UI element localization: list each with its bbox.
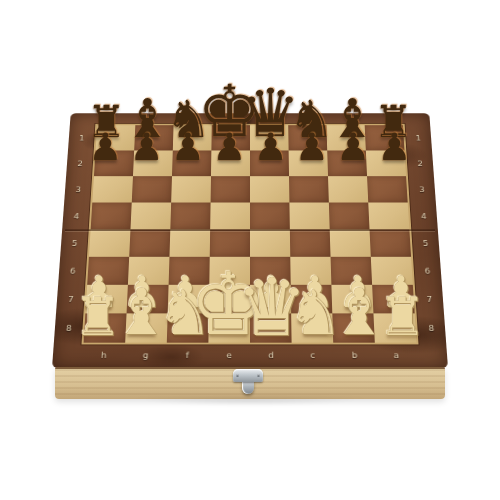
square <box>169 229 210 256</box>
clasp-plate <box>233 369 263 382</box>
square <box>290 229 331 256</box>
square <box>132 176 172 202</box>
square <box>128 257 170 285</box>
file-label: b <box>351 351 357 360</box>
square <box>291 313 333 342</box>
square <box>209 257 250 285</box>
square <box>367 176 408 202</box>
square <box>209 285 250 314</box>
file-label: c <box>310 351 315 360</box>
rank-label: 2 <box>417 159 423 167</box>
square <box>211 150 250 176</box>
square <box>91 203 132 230</box>
square <box>211 125 250 150</box>
square <box>171 176 211 202</box>
square <box>368 203 409 230</box>
square <box>92 176 133 202</box>
rank-label: 7 <box>68 295 74 304</box>
square <box>250 176 289 202</box>
square <box>290 257 331 285</box>
square <box>370 229 412 256</box>
rank-label: 8 <box>428 324 434 333</box>
hinge-seam <box>65 229 435 231</box>
square <box>172 150 211 176</box>
rank-label: 3 <box>75 185 81 193</box>
file-label: g <box>142 351 148 360</box>
square <box>331 257 373 285</box>
file-label: f <box>186 351 189 360</box>
chess-board: 12345678 12345678 hgfedcba <box>52 113 448 368</box>
square <box>84 313 127 342</box>
square <box>331 285 373 314</box>
square <box>328 176 368 202</box>
square <box>170 203 210 230</box>
rank-label: 2 <box>77 159 83 167</box>
metal-clasp-icon <box>230 369 266 399</box>
rank-label: 8 <box>66 324 72 333</box>
square <box>372 285 414 314</box>
rank-label: 4 <box>73 212 79 220</box>
square <box>327 150 367 176</box>
square <box>250 150 289 176</box>
rank-label: 4 <box>421 212 427 220</box>
square <box>373 313 416 342</box>
square <box>173 125 212 150</box>
square <box>134 125 173 150</box>
square <box>365 125 405 150</box>
square <box>208 313 250 342</box>
square <box>289 150 328 176</box>
square <box>366 150 406 176</box>
square <box>87 257 129 285</box>
square <box>85 285 127 314</box>
square <box>250 313 292 342</box>
square <box>291 285 333 314</box>
file-label: e <box>226 351 232 360</box>
chess-set-product-photo: 12345678 12345678 hgfedcba ♜♝♞♚♛♞♝♜♟♟♟♟♟… <box>0 0 500 500</box>
square <box>326 125 365 150</box>
square <box>169 257 210 285</box>
square <box>288 125 327 150</box>
square <box>250 203 290 230</box>
square <box>129 229 170 256</box>
square <box>168 285 210 314</box>
square <box>210 229 250 256</box>
square <box>94 150 134 176</box>
square <box>250 285 291 314</box>
rank-label: 6 <box>70 266 76 274</box>
play-grid <box>84 125 417 342</box>
file-label: d <box>268 351 274 360</box>
square <box>289 203 329 230</box>
square <box>250 125 289 150</box>
file-label: a <box>393 351 399 360</box>
file-labels-bottom: hgfedcba <box>82 345 418 365</box>
rank-label: 1 <box>415 134 421 142</box>
square <box>130 203 171 230</box>
rank-label: 5 <box>72 239 78 247</box>
square <box>332 313 375 342</box>
rank-label: 6 <box>424 266 430 274</box>
square <box>167 313 209 342</box>
square <box>133 150 173 176</box>
square <box>250 257 291 285</box>
rank-label: 5 <box>422 239 428 247</box>
square <box>125 313 168 342</box>
ground-shadow <box>90 398 410 408</box>
square <box>329 203 370 230</box>
file-label: h <box>101 351 107 360</box>
square <box>371 257 413 285</box>
square <box>96 125 136 150</box>
square <box>210 203 250 230</box>
rank-label: 3 <box>419 185 425 193</box>
square <box>289 176 329 202</box>
square <box>250 229 290 256</box>
square <box>127 285 169 314</box>
square <box>211 176 250 202</box>
rank-label: 1 <box>79 134 85 142</box>
square <box>330 229 371 256</box>
square <box>89 229 131 256</box>
rank-label: 7 <box>426 295 432 304</box>
clasp-hook <box>242 380 254 394</box>
